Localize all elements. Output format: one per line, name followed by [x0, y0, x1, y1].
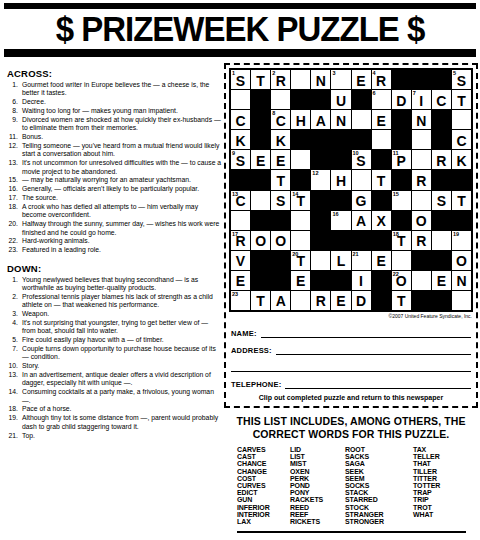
- clip-out-coupon: 1ST2RN3E4R5SU6D7ICTC8CHANENKKC9SEE10S11P…: [224, 63, 478, 408]
- copyright-line: ©2007 United Feature Syndicate, Inc.: [229, 313, 472, 319]
- black-cell: [251, 170, 270, 189]
- masthead: $ PRIZEWEEK PUZZLE $: [0, 0, 480, 57]
- word-list-entry: INFERIOR: [237, 504, 290, 511]
- grid-cell: 9S: [231, 150, 250, 169]
- clue: 12.Telling someone — you've heard from a…: [5, 142, 222, 159]
- down-header: DOWN:: [7, 263, 222, 274]
- given-letter: K: [235, 134, 245, 148]
- word-list-column: CARVESCASTCHANCECHANGECOSTCURVESEDICTGUN…: [237, 446, 290, 525]
- clue-number: 8.: [5, 107, 18, 115]
- black-cell: [251, 211, 270, 230]
- given-letter: A: [316, 114, 326, 128]
- word-list-entry: TILLER: [413, 468, 473, 475]
- clue-number: 20.: [5, 220, 18, 237]
- clue-number: 22.: [5, 237, 18, 245]
- grid-cell[interactable]: [432, 231, 451, 250]
- grid-cell[interactable]: [412, 150, 431, 169]
- given-letter: N: [456, 274, 466, 288]
- grid-cell: 18T: [392, 231, 411, 250]
- clue-number: 1.: [5, 276, 18, 293]
- clue-text: Generally, — officials aren't likely to …: [22, 185, 222, 193]
- word-list-column: TAXTELLERTHATTILLERTITTERTOTTERTRAPTRIPT…: [413, 446, 473, 525]
- word-list: CARVESCASTCHANCECHANGECOSTCURVESEDICTGUN…: [237, 446, 478, 525]
- grid-cell[interactable]: [311, 251, 330, 270]
- grid-cell: L: [331, 251, 350, 270]
- given-letter: E: [437, 274, 446, 288]
- given-letter: G: [356, 194, 367, 208]
- given-letter: E: [376, 254, 385, 268]
- given-letter: T: [256, 294, 265, 308]
- clue-text: Hard-working animals.: [22, 237, 222, 245]
- grid-cell: 11P: [392, 150, 411, 169]
- black-cell: [331, 231, 350, 250]
- given-letter: E: [336, 294, 345, 308]
- word-list-entry: RACKETS: [290, 496, 345, 503]
- across-header: ACROSS:: [7, 68, 222, 79]
- black-cell: [412, 251, 431, 270]
- given-letter: T: [457, 94, 466, 108]
- grid-cell[interactable]: [231, 211, 250, 230]
- clue: 16.Generally, — officials aren't likely …: [5, 185, 222, 193]
- grid-cell[interactable]: [412, 191, 431, 210]
- clue-number: 3: [332, 70, 335, 76]
- black-cell: [291, 170, 310, 189]
- grid-cell: E: [251, 150, 270, 169]
- word-list-entry: GUN: [237, 496, 290, 503]
- clue-number: 1: [232, 70, 235, 76]
- grid-cell[interactable]: [452, 291, 471, 310]
- clue-number: 1.: [5, 81, 18, 98]
- clue-number: 8: [272, 110, 275, 116]
- word-list-column: LIDLISTMISTOXENPERKPONDPONYRACKETSREEDRE…: [290, 446, 345, 525]
- grid-cell[interactable]: 6: [372, 90, 391, 109]
- grid-cell[interactable]: [291, 211, 310, 230]
- given-letter: O: [416, 214, 427, 228]
- clue-number: 17: [232, 231, 238, 237]
- given-letter: C: [276, 114, 286, 128]
- address-label: ADDRESS:: [231, 346, 276, 355]
- clue-text: It's not surprising that youngster, tryi…: [22, 319, 222, 336]
- given-letter: N: [416, 114, 426, 128]
- word-list-entry: TRIP: [413, 496, 473, 503]
- clue-text: Couple turns down opportunity to purchas…: [22, 345, 222, 362]
- clue: 1.Gourmet food writer in Europe believes…: [5, 81, 222, 98]
- clue-text: Consuming cocktails at a party make, a f…: [22, 388, 222, 405]
- black-cell: [331, 271, 350, 290]
- word-list-entry: REEF: [290, 511, 345, 518]
- word-list-entry: TRAP: [413, 489, 473, 496]
- black-cell: [251, 130, 270, 149]
- grid-cell: E: [291, 271, 310, 290]
- page-title: $ PRIZEWEEK PUZZLE $: [0, 9, 480, 49]
- black-cell: [372, 291, 391, 310]
- clue-number: 14: [292, 191, 298, 197]
- word-list-heading: THIS LIST INCLUDES, AMONG OTHERS, THE CO…: [226, 415, 476, 440]
- grid-cell[interactable]: [271, 90, 290, 109]
- clue: 10.Story.: [5, 362, 222, 370]
- grid-cell[interactable]: 15: [392, 191, 411, 210]
- grid-cell: U: [331, 90, 350, 109]
- black-cell: [311, 191, 330, 210]
- word-list-entry: LID: [290, 446, 345, 453]
- grid-cell[interactable]: [412, 130, 431, 149]
- given-letter: E: [356, 74, 365, 88]
- grid-cell[interactable]: 21: [352, 251, 371, 270]
- bottom-rule: [237, 531, 466, 533]
- grid-cell[interactable]: [251, 191, 270, 210]
- title-thick-rule: [4, 51, 476, 57]
- clue-text: Although tiny tot is some distance from …: [22, 414, 222, 431]
- black-cell: [311, 211, 330, 230]
- grid-cell: A: [311, 110, 330, 129]
- clue-number: 15.: [5, 176, 18, 184]
- black-cell: [331, 191, 350, 210]
- word-list-entry: SAGA: [345, 460, 413, 467]
- black-cell: [392, 211, 411, 230]
- grid-cell[interactable]: 12: [311, 170, 330, 189]
- given-letter: E: [376, 114, 385, 128]
- grid-cell: E: [372, 251, 391, 270]
- word-list-entry: SEEM: [345, 475, 413, 482]
- given-letter: E: [256, 154, 265, 168]
- grid-cell: E: [271, 150, 290, 169]
- word-list-entry: TOTTER: [413, 482, 473, 489]
- grid-cell: C: [231, 110, 250, 129]
- given-letter: T: [457, 194, 466, 208]
- clue-number: 23: [232, 291, 238, 297]
- given-letter: O: [275, 234, 286, 248]
- grid-cell: V: [231, 251, 250, 270]
- black-cell: [372, 150, 391, 169]
- given-letter: I: [419, 94, 423, 108]
- given-letter: A: [356, 214, 366, 228]
- grid-cell: H: [291, 110, 310, 129]
- word-list-entry: POND: [290, 482, 345, 489]
- given-letter: O: [456, 254, 467, 268]
- name-input-line[interactable]: [261, 328, 471, 338]
- clue-number: 12: [312, 170, 318, 176]
- grid-cell[interactable]: [392, 251, 411, 270]
- address-input-line[interactable]: [276, 345, 471, 355]
- given-letter: N: [316, 74, 326, 88]
- grid-cell: K: [271, 130, 290, 149]
- black-cell: [432, 251, 451, 270]
- clue: 13.In an advertisement, antique dealer o…: [5, 371, 222, 388]
- grid-cell: 17R: [231, 231, 250, 250]
- clue-number: 4.: [5, 319, 18, 336]
- given-letter: R: [416, 234, 426, 248]
- clue-number: 10: [353, 150, 359, 156]
- given-letter: C: [436, 94, 446, 108]
- grid-cell: 8C: [271, 110, 290, 129]
- grid-cell[interactable]: 23: [231, 291, 250, 310]
- grid-cell: I: [352, 271, 371, 290]
- word-list-entry: CHANGE: [237, 468, 290, 475]
- clip-out-note: Clip out completed puzzle and return to …: [229, 394, 473, 401]
- grid-cell: R: [311, 291, 330, 310]
- clue-number: 22: [393, 271, 399, 277]
- word-list-entry: RICKETS: [290, 518, 345, 525]
- word-list-entry: LAX: [237, 518, 290, 525]
- telephone-input-line[interactable]: [285, 379, 471, 389]
- grid-cell[interactable]: [352, 110, 371, 129]
- word-list-entry: WHAT: [413, 511, 473, 518]
- clue-number: 5.: [5, 336, 18, 344]
- clue-text: Pace of a horse.: [22, 405, 222, 413]
- grid-cell: N: [412, 110, 431, 129]
- black-cell: [311, 130, 330, 149]
- black-cell: [392, 130, 411, 149]
- word-list-entry: CARVES: [237, 446, 290, 453]
- clue-number: 18.: [5, 203, 18, 220]
- clue-number: 9.: [5, 116, 18, 133]
- clue-text: Decree.: [22, 98, 222, 106]
- grid-cell: K: [231, 130, 250, 149]
- grid-cell[interactable]: [231, 90, 250, 109]
- grid-cell[interactable]: [352, 170, 371, 189]
- grid-cell: R: [412, 170, 431, 189]
- word-list-entry: TELLER: [413, 453, 473, 460]
- clue-text: Telling someone — you've heard from a mu…: [22, 142, 222, 159]
- black-cell: [392, 110, 411, 129]
- clue: 20.Halfway through the sunny, summer day…: [5, 220, 222, 237]
- grid-cell: O: [452, 251, 471, 270]
- grid-cell: X: [372, 211, 391, 230]
- given-letter: S: [236, 74, 245, 88]
- word-list-entry: TROT: [413, 504, 473, 511]
- clue-text: Top.: [22, 432, 222, 440]
- grid-cell: S: [271, 191, 290, 210]
- clue-number: 21: [353, 251, 359, 257]
- across-clue-list: 1.Gourmet food writer in Europe believes…: [5, 81, 222, 255]
- grid-cell: 1S: [231, 70, 250, 89]
- clue: 22.Hard-working animals.: [5, 237, 222, 245]
- clue-number: 15: [393, 191, 399, 197]
- clue-number: 10.: [5, 362, 18, 370]
- black-cell: [412, 70, 431, 89]
- word-list-entry: STARRED: [345, 496, 413, 503]
- grid-cell: N: [311, 70, 330, 89]
- given-letter: S: [437, 194, 446, 208]
- grid-cell[interactable]: [291, 70, 310, 89]
- clue-text: — may be naturally worrying for an amate…: [22, 176, 222, 184]
- clue: 18.Pace of a horse.: [5, 405, 222, 413]
- grid-cell: 2R: [271, 70, 290, 89]
- word-list-entry: SACKS: [345, 453, 413, 460]
- grid-cell: O: [271, 231, 290, 250]
- word-list-entry: TAX: [413, 446, 473, 453]
- black-cell: [432, 170, 451, 189]
- address-input-line-2[interactable]: [231, 362, 471, 372]
- given-letter: V: [236, 254, 245, 268]
- grid-cell: T: [251, 70, 270, 89]
- given-letter: S: [236, 154, 245, 168]
- clue: 17.The source.: [5, 194, 222, 202]
- grid-cell: E: [432, 271, 451, 290]
- word-list-entry: ROOT: [345, 446, 413, 453]
- given-letter: N: [336, 114, 346, 128]
- clue-number: 13.: [5, 371, 18, 388]
- given-letter: S: [457, 74, 466, 88]
- given-letter: H: [296, 114, 306, 128]
- black-cell: [331, 150, 350, 169]
- clue-text: The source.: [22, 194, 222, 202]
- grid-cell: T: [392, 291, 411, 310]
- black-cell: [392, 70, 411, 89]
- grid-cell: T: [372, 170, 391, 189]
- black-cell: [352, 90, 371, 109]
- given-letter: C: [456, 134, 466, 148]
- clue: 7.Couple turns down opportunity to purch…: [5, 345, 222, 362]
- black-cell: [432, 70, 451, 89]
- black-cell: [372, 231, 391, 250]
- address-row-2: [229, 355, 473, 372]
- given-letter: X: [376, 214, 385, 228]
- word-list-entry: STRONGER: [345, 518, 413, 525]
- grid-cell: O: [251, 231, 270, 250]
- black-cell: [311, 150, 330, 169]
- black-cell: [251, 110, 270, 129]
- grid-cell: 4R: [372, 70, 391, 89]
- black-cell: [412, 291, 431, 310]
- given-letter: R: [416, 174, 426, 188]
- black-cell: [331, 130, 350, 149]
- given-letter: R: [376, 74, 386, 88]
- clue-number: 18: [393, 231, 399, 237]
- crossword-grid: 1ST2RN3E4R5SU6D7ICTC8CHANENKKC9SEE10S11P…: [229, 68, 473, 312]
- grid-cell[interactable]: [452, 110, 471, 129]
- black-cell: [251, 251, 270, 270]
- grid-cell: N: [452, 271, 471, 290]
- grid-cell[interactable]: [291, 231, 310, 250]
- clue-number: 5: [453, 70, 456, 76]
- down-clue-list: 1.Young newlywed believes that buying se…: [5, 276, 222, 440]
- black-cell: [271, 271, 290, 290]
- given-letter: K: [276, 134, 286, 148]
- given-letter: E: [276, 154, 285, 168]
- clue-text: Fire could easily play havoc with a — of…: [22, 336, 222, 344]
- grid-cell: E: [331, 291, 350, 310]
- clue-text: Weapon.: [22, 310, 222, 318]
- word-list-entry: REED: [290, 504, 345, 511]
- word-list-entry: PERK: [290, 475, 345, 482]
- given-letter: D: [396, 94, 406, 108]
- black-cell: [432, 211, 451, 230]
- telephone-label: TELEPHONE:: [231, 380, 285, 389]
- word-list-entry: STACK: [345, 489, 413, 496]
- word-list-entry: LIST: [290, 453, 345, 460]
- word-list-entry: SEEK: [345, 468, 413, 475]
- clue-number: 7.: [5, 345, 18, 362]
- grid-cell: T: [271, 170, 290, 189]
- telephone-row: TELEPHONE:: [229, 372, 473, 389]
- clue-number: 13.: [5, 159, 18, 176]
- clue: 1.Young newlywed believes that buying se…: [5, 276, 222, 293]
- given-letter: H: [336, 174, 346, 188]
- grid-cell: A: [271, 291, 290, 310]
- black-cell: [291, 130, 310, 149]
- grid-cell: A: [352, 211, 371, 230]
- clues-panel: ACROSS: 1.Gourmet food writer in Europe …: [5, 66, 222, 440]
- grid-cell: C: [452, 130, 471, 149]
- grid-cell: C: [432, 90, 451, 109]
- clue: 4.It's not surprising that youngster, tr…: [5, 319, 222, 336]
- clue: 23.Featured in a leading role.: [5, 246, 222, 254]
- grid-cell[interactable]: 16: [331, 211, 350, 230]
- clue-number: 19.: [5, 414, 18, 431]
- grid-cell: S: [432, 191, 451, 210]
- word-list-entry: SOCKS: [345, 482, 413, 489]
- grid-cell[interactable]: [412, 271, 431, 290]
- grid-cell: H: [331, 170, 350, 189]
- given-letter: C: [235, 114, 245, 128]
- black-cell: [452, 211, 471, 230]
- grid-cell[interactable]: [291, 150, 310, 169]
- grid-cell: R: [412, 231, 431, 250]
- clue-number: 11: [393, 150, 399, 156]
- grid-cell: 20T: [291, 251, 310, 270]
- black-cell: [372, 191, 391, 210]
- clue: 18.A crook who has defied all attempts t…: [5, 203, 222, 220]
- grid-cell: E: [352, 70, 371, 89]
- given-letter: S: [276, 194, 285, 208]
- address-row: ADDRESS:: [229, 338, 473, 355]
- black-cell: [432, 110, 451, 129]
- given-letter: D: [356, 294, 366, 308]
- given-letter: K: [456, 154, 466, 168]
- black-cell: [452, 170, 471, 189]
- word-list-entry: COST: [237, 475, 290, 482]
- clue-number: 12.: [5, 142, 18, 159]
- clue-number: 3.: [5, 310, 18, 318]
- word-list-entry: INTERIOR: [237, 511, 290, 518]
- clue-number: 9: [232, 150, 235, 156]
- grid-cell[interactable]: 3: [331, 70, 350, 89]
- grid-cell: O: [412, 211, 431, 230]
- clue-number: 19: [453, 231, 459, 237]
- given-letter: O: [255, 234, 266, 248]
- given-letter: T: [397, 294, 406, 308]
- clue-number: 13: [232, 191, 238, 197]
- grid-cell: 22O: [392, 271, 411, 290]
- clue-number: 7: [413, 90, 416, 96]
- clue: 3.Weapon.: [5, 310, 222, 318]
- grid-cell[interactable]: [372, 130, 391, 149]
- clue: 2.Professional tennis player blames his …: [5, 293, 222, 310]
- grid-cell: R: [432, 150, 451, 169]
- clue-number: 2.: [5, 293, 18, 310]
- clue-number: 21.: [5, 432, 18, 440]
- grid-cell[interactable]: [291, 291, 310, 310]
- clue: 13.It's not uncommon for unresolved diff…: [5, 159, 222, 176]
- clue-text: Young newlywed believes that buying seco…: [22, 276, 222, 293]
- clue: 21.Top.: [5, 432, 222, 440]
- grid-cell[interactable]: 19: [452, 231, 471, 250]
- clue-text: Waiting too long for — makes young man i…: [22, 107, 222, 115]
- clue: 11.Bonus.: [5, 133, 222, 141]
- grid-cell: T: [251, 291, 270, 310]
- black-cell: [291, 90, 310, 109]
- given-letter: T: [276, 174, 285, 188]
- grid-cell: E: [231, 271, 250, 290]
- clue: 9.Divorced women are shocked at how quic…: [5, 116, 222, 133]
- black-cell: [392, 170, 411, 189]
- clue-text: Halfway through the sunny, summer day, —…: [22, 220, 222, 237]
- clue: 8.Waiting too long for — makes young man…: [5, 107, 222, 115]
- black-cell: [432, 130, 451, 149]
- grid-cell: 10S: [352, 150, 371, 169]
- puzzle-panel: 1ST2RN3E4R5SU6D7ICTC8CHANENKKC9SEE10S11P…: [224, 63, 478, 533]
